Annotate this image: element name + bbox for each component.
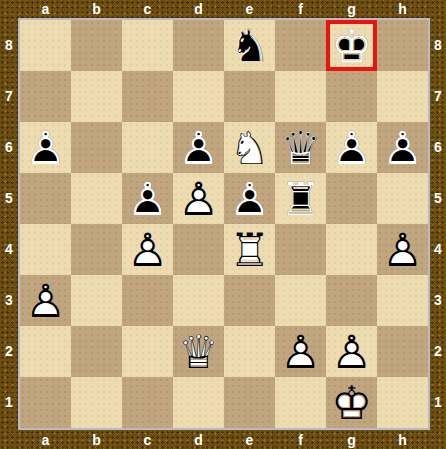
square-a6[interactable]: ♟♙ (20, 122, 71, 173)
file-label-b: b (71, 0, 122, 18)
piece-black-pawn[interactable]: ♟♙ (173, 122, 224, 173)
square-e1[interactable] (224, 377, 275, 428)
piece-white-knight[interactable]: ♞♘ (224, 122, 275, 173)
square-e6[interactable]: ♞♘ (224, 122, 275, 173)
rank-label-8: 8 (430, 20, 446, 71)
square-e4[interactable]: ♜♖ (224, 224, 275, 275)
rank-label-2: 2 (0, 326, 18, 377)
rank-label-7: 7 (0, 71, 18, 122)
rank-label-5: 5 (0, 173, 18, 224)
file-label-h: h (377, 431, 428, 449)
square-g7[interactable] (326, 71, 377, 122)
piece-white-rook[interactable]: ♜♖ (224, 224, 275, 275)
piece-black-knight[interactable]: ♞♘ (224, 20, 275, 71)
file-label-f: f (275, 431, 326, 449)
square-d5[interactable]: ♟♙ (173, 173, 224, 224)
square-e7[interactable] (224, 71, 275, 122)
square-b2[interactable] (71, 326, 122, 377)
rank-label-6: 6 (430, 122, 446, 173)
square-e8[interactable]: ♞♘ (224, 20, 275, 71)
square-f7[interactable] (275, 71, 326, 122)
square-f2[interactable]: ♟♙ (275, 326, 326, 377)
square-b5[interactable] (71, 173, 122, 224)
file-label-a: a (20, 431, 71, 449)
file-label-h: h (377, 0, 428, 18)
square-a3[interactable]: ♟♙ (20, 275, 71, 326)
piece-black-pawn[interactable]: ♟♙ (326, 122, 377, 173)
rank-label-3: 3 (0, 275, 18, 326)
square-d2[interactable]: ♛♕ (173, 326, 224, 377)
file-label-g: g (326, 431, 377, 449)
square-d4[interactable] (173, 224, 224, 275)
rank-labels-left: 87654321 (0, 20, 18, 428)
file-label-e: e (224, 0, 275, 18)
square-c7[interactable] (122, 71, 173, 122)
file-label-d: d (173, 0, 224, 18)
square-b6[interactable] (71, 122, 122, 173)
square-h6[interactable]: ♟♙ (377, 122, 428, 173)
rank-label-7: 7 (430, 71, 446, 122)
file-label-d: d (173, 431, 224, 449)
square-h4[interactable]: ♟♙ (377, 224, 428, 275)
square-a1[interactable] (20, 377, 71, 428)
piece-white-king[interactable]: ♚♔ (326, 377, 377, 428)
square-g1[interactable]: ♚♔ (326, 377, 377, 428)
square-g8[interactable]: ♚♔ (326, 20, 377, 71)
file-label-c: c (122, 0, 173, 18)
piece-white-pawn[interactable]: ♟♙ (326, 326, 377, 377)
piece-white-pawn[interactable]: ♟♙ (20, 275, 71, 326)
square-e2[interactable] (224, 326, 275, 377)
file-label-c: c (122, 431, 173, 449)
square-f6[interactable]: ♛♕ (275, 122, 326, 173)
square-f5[interactable]: ♜♖ (275, 173, 326, 224)
chess-board-frame: abcdefgh abcdefgh 87654321 87654321 ♞♘♚♔… (0, 0, 446, 449)
rank-label-4: 4 (430, 224, 446, 275)
rank-label-6: 6 (0, 122, 18, 173)
piece-black-rook[interactable]: ♜♖ (275, 173, 326, 224)
square-d6[interactable]: ♟♙ (173, 122, 224, 173)
rank-label-4: 4 (0, 224, 18, 275)
piece-white-pawn[interactable]: ♟♙ (173, 173, 224, 224)
piece-white-pawn[interactable]: ♟♙ (122, 224, 173, 275)
rank-label-1: 1 (430, 377, 446, 428)
square-g2[interactable]: ♟♙ (326, 326, 377, 377)
square-c3[interactable] (122, 275, 173, 326)
rank-label-8: 8 (0, 20, 18, 71)
rank-label-1: 1 (0, 377, 18, 428)
piece-black-pawn[interactable]: ♟♙ (224, 173, 275, 224)
square-h2[interactable] (377, 326, 428, 377)
square-a7[interactable] (20, 71, 71, 122)
square-a4[interactable] (20, 224, 71, 275)
square-h5[interactable] (377, 173, 428, 224)
square-h7[interactable] (377, 71, 428, 122)
rank-label-2: 2 (430, 326, 446, 377)
piece-black-pawn[interactable]: ♟♙ (122, 173, 173, 224)
file-label-b: b (71, 431, 122, 449)
piece-white-pawn[interactable]: ♟♙ (377, 224, 428, 275)
piece-black-king[interactable]: ♚♔ (326, 20, 377, 71)
square-b4[interactable] (71, 224, 122, 275)
square-c8[interactable] (122, 20, 173, 71)
square-h1[interactable] (377, 377, 428, 428)
piece-black-queen[interactable]: ♛♕ (275, 122, 326, 173)
file-label-e: e (224, 431, 275, 449)
square-d1[interactable] (173, 377, 224, 428)
square-c2[interactable] (122, 326, 173, 377)
square-e3[interactable] (224, 275, 275, 326)
piece-black-pawn[interactable]: ♟♙ (20, 122, 71, 173)
square-d8[interactable] (173, 20, 224, 71)
square-d7[interactable] (173, 71, 224, 122)
piece-black-pawn[interactable]: ♟♙ (377, 122, 428, 173)
chess-board: ♞♘♚♔♟♙♟♙♞♘♛♕♟♙♟♙♟♙♟♙♟♙♜♖♟♙♜♖♟♙♟♙♛♕♟♙♟♙♚♔ (18, 18, 430, 430)
square-b8[interactable] (71, 20, 122, 71)
square-f1[interactable] (275, 377, 326, 428)
piece-white-pawn[interactable]: ♟♙ (275, 326, 326, 377)
square-g4[interactable] (326, 224, 377, 275)
piece-white-queen[interactable]: ♛♕ (173, 326, 224, 377)
square-f4[interactable] (275, 224, 326, 275)
square-e5[interactable]: ♟♙ (224, 173, 275, 224)
square-f8[interactable] (275, 20, 326, 71)
square-h3[interactable] (377, 275, 428, 326)
square-a8[interactable] (20, 20, 71, 71)
square-c1[interactable] (122, 377, 173, 428)
square-g6[interactable]: ♟♙ (326, 122, 377, 173)
square-g3[interactable] (326, 275, 377, 326)
square-a2[interactable] (20, 326, 71, 377)
square-c4[interactable]: ♟♙ (122, 224, 173, 275)
square-a5[interactable] (20, 173, 71, 224)
square-c5[interactable]: ♟♙ (122, 173, 173, 224)
square-c6[interactable] (122, 122, 173, 173)
square-b1[interactable] (71, 377, 122, 428)
rank-labels-right: 87654321 (430, 20, 446, 428)
rank-label-3: 3 (430, 275, 446, 326)
square-h8[interactable] (377, 20, 428, 71)
file-labels-top: abcdefgh (20, 0, 428, 18)
square-b3[interactable] (71, 275, 122, 326)
square-d3[interactable] (173, 275, 224, 326)
file-labels-bottom: abcdefgh (20, 431, 428, 449)
file-label-a: a (20, 0, 71, 18)
file-label-g: g (326, 0, 377, 18)
square-b7[interactable] (71, 71, 122, 122)
square-f3[interactable] (275, 275, 326, 326)
file-label-f: f (275, 0, 326, 18)
rank-label-5: 5 (430, 173, 446, 224)
square-g5[interactable] (326, 173, 377, 224)
